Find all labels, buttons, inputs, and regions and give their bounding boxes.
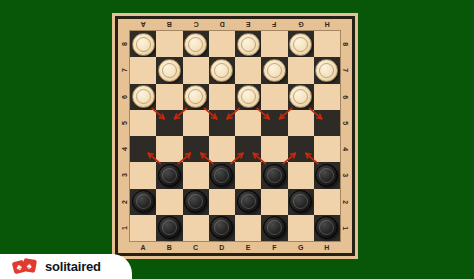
square-b5[interactable] [156,110,182,136]
square-h6[interactable] [314,84,340,110]
white-piece-a8[interactable] [132,33,155,56]
black-piece-b3[interactable] [158,164,181,187]
square-d8[interactable] [209,31,235,57]
square-h4[interactable] [314,136,340,162]
square-c3[interactable] [183,162,209,188]
square-g7[interactable] [288,57,314,83]
black-piece-g2[interactable] [289,190,312,213]
board-frame: ABCDEFGH ABCDEFGH 87654321 87654321 [115,16,355,256]
file-label: F [261,19,287,31]
file-label: D [209,241,235,253]
solitaired-logo-badge[interactable]: ♣ ♠ solitaired [0,254,132,279]
board-grid [130,31,340,241]
file-label: C [183,19,209,31]
white-piece-h7[interactable] [315,59,338,82]
square-d6[interactable] [209,84,235,110]
square-h2[interactable] [314,189,340,215]
square-a8[interactable] [130,31,156,57]
file-label: C [183,241,209,253]
square-e2[interactable] [235,189,261,215]
white-piece-c6[interactable] [184,85,207,108]
square-d7[interactable] [209,57,235,83]
square-b8[interactable] [156,31,182,57]
square-h3[interactable] [314,162,340,188]
file-label: H [314,241,340,253]
square-f5[interactable] [261,110,287,136]
file-label: H [314,19,340,31]
square-c8[interactable] [183,31,209,57]
square-d2[interactable] [209,189,235,215]
white-piece-e6[interactable] [237,85,260,108]
square-e8[interactable] [235,31,261,57]
square-g5[interactable] [288,110,314,136]
checkers-board: ABCDEFGH ABCDEFGH 87654321 87654321 [112,13,358,259]
square-g8[interactable] [288,31,314,57]
black-piece-f3[interactable] [263,164,286,187]
black-piece-h1[interactable] [315,216,338,239]
square-d4[interactable] [209,136,235,162]
square-c2[interactable] [183,189,209,215]
square-e4[interactable] [235,136,261,162]
square-f2[interactable] [261,189,287,215]
file-label: G [288,19,314,31]
card-icon-2: ♠ [22,258,37,273]
square-f3[interactable] [261,162,287,188]
square-g4[interactable] [288,136,314,162]
white-piece-g6[interactable] [289,85,312,108]
square-d1[interactable] [209,215,235,241]
rank-labels-right: 87654321 [340,31,352,241]
file-label: G [288,241,314,253]
square-d3[interactable] [209,162,235,188]
black-piece-d1[interactable] [210,216,233,239]
white-piece-e8[interactable] [237,33,260,56]
black-piece-d3[interactable] [210,164,233,187]
square-a3[interactable] [130,162,156,188]
square-b2[interactable] [156,189,182,215]
file-label: E [235,241,261,253]
square-e7[interactable] [235,57,261,83]
square-c4[interactable] [183,136,209,162]
white-piece-g8[interactable] [289,33,312,56]
black-piece-e2[interactable] [237,190,260,213]
square-b6[interactable] [156,84,182,110]
square-e5[interactable] [235,110,261,136]
rank-labels-left: 87654321 [118,31,130,241]
file-label: A [130,19,156,31]
file-label: D [209,19,235,31]
white-piece-f7[interactable] [263,59,286,82]
square-h7[interactable] [314,57,340,83]
square-b4[interactable] [156,136,182,162]
black-piece-b1[interactable] [158,216,181,239]
square-e1[interactable] [235,215,261,241]
square-c7[interactable] [183,57,209,83]
square-g1[interactable] [288,215,314,241]
square-e3[interactable] [235,162,261,188]
file-labels-top: ABCDEFGH [130,19,340,31]
black-piece-f1[interactable] [263,216,286,239]
square-b7[interactable] [156,57,182,83]
square-f7[interactable] [261,57,287,83]
square-g6[interactable] [288,84,314,110]
file-label: B [156,241,182,253]
square-g3[interactable] [288,162,314,188]
file-label: E [235,19,261,31]
square-a5[interactable] [130,110,156,136]
black-piece-c2[interactable] [184,190,207,213]
square-c5[interactable] [183,110,209,136]
square-f4[interactable] [261,136,287,162]
file-label: B [156,19,182,31]
logo-text: solitaired [45,259,101,274]
square-h5[interactable] [314,110,340,136]
square-f8[interactable] [261,31,287,57]
page-background: ABCDEFGH ABCDEFGH 87654321 87654321 ♣ ♠ … [0,0,474,279]
file-label: F [261,241,287,253]
white-piece-c8[interactable] [184,33,207,56]
square-a1[interactable] [130,215,156,241]
square-b3[interactable] [156,162,182,188]
black-piece-a2[interactable] [132,190,155,213]
square-g2[interactable] [288,189,314,215]
white-piece-d7[interactable] [210,59,233,82]
spade-suit-icon: ♠ [26,260,32,271]
square-f1[interactable] [261,215,287,241]
file-label: A [130,241,156,253]
white-piece-a6[interactable] [132,85,155,108]
square-b1[interactable] [156,215,182,241]
square-h1[interactable] [314,215,340,241]
square-c6[interactable] [183,84,209,110]
white-piece-b7[interactable] [158,59,181,82]
file-labels-bottom: ABCDEFGH [130,241,340,253]
square-h8[interactable] [314,31,340,57]
playing-cards-icon: ♣ ♠ [13,258,38,275]
square-a7[interactable] [130,57,156,83]
square-e6[interactable] [235,84,261,110]
square-d5[interactable] [209,110,235,136]
black-piece-h3[interactable] [315,164,338,187]
square-f6[interactable] [261,84,287,110]
square-a6[interactable] [130,84,156,110]
square-a4[interactable] [130,136,156,162]
square-c1[interactable] [183,215,209,241]
square-a2[interactable] [130,189,156,215]
